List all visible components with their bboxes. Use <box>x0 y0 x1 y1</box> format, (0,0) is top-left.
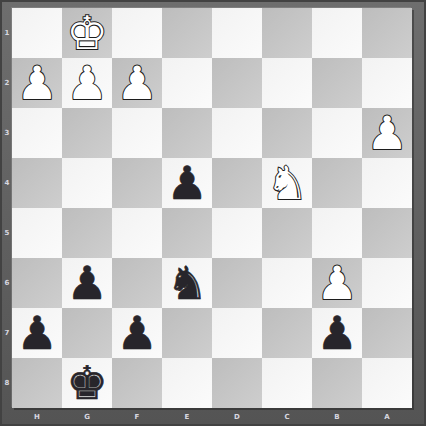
piece-white-king[interactable]: ♚ <box>62 8 112 58</box>
rank-label-1: 1 <box>2 8 12 58</box>
file-label-e: E <box>162 410 212 424</box>
rank-label-2: 2 <box>2 58 12 108</box>
square-h2[interactable]: ♟ <box>12 58 62 108</box>
piece-black-knight[interactable]: ♞ <box>162 258 212 308</box>
square-b2[interactable] <box>312 58 362 108</box>
square-b7[interactable]: ♟ <box>312 308 362 358</box>
piece-white-pawn[interactable]: ♟ <box>62 58 112 108</box>
square-h6[interactable] <box>12 258 62 308</box>
rank-label-8: 8 <box>2 358 12 408</box>
piece-white-pawn[interactable]: ♟ <box>12 58 62 108</box>
file-label-g: G <box>62 410 112 424</box>
square-f2[interactable]: ♟ <box>112 58 162 108</box>
square-a3[interactable]: ♟ <box>362 108 412 158</box>
square-a6[interactable] <box>362 258 412 308</box>
square-g4[interactable] <box>62 158 112 208</box>
file-label-a: A <box>362 410 412 424</box>
file-label-b: B <box>312 410 362 424</box>
piece-white-pawn[interactable]: ♟ <box>362 108 412 158</box>
square-g1[interactable]: ♚ <box>62 8 112 58</box>
square-b1[interactable] <box>312 8 362 58</box>
square-b8[interactable] <box>312 358 362 408</box>
square-e3[interactable] <box>162 108 212 158</box>
square-d3[interactable] <box>212 108 262 158</box>
piece-black-pawn[interactable]: ♟ <box>162 158 212 208</box>
rank-label-4: 4 <box>2 158 12 208</box>
square-f4[interactable] <box>112 158 162 208</box>
square-c6[interactable] <box>262 258 312 308</box>
square-g2[interactable]: ♟ <box>62 58 112 108</box>
square-a2[interactable] <box>362 58 412 108</box>
rank-labels: 12345678 <box>2 8 12 408</box>
square-c1[interactable] <box>262 8 312 58</box>
square-f7[interactable]: ♟ <box>112 308 162 358</box>
file-label-c: C <box>262 410 312 424</box>
square-d5[interactable] <box>212 208 262 258</box>
chess-board: ♚♟♟♟♟♟♞♟♞♟♟♟♟♚ <box>12 8 412 408</box>
square-c5[interactable] <box>262 208 312 258</box>
rank-label-3: 3 <box>2 108 12 158</box>
square-f5[interactable] <box>112 208 162 258</box>
square-g6[interactable]: ♟ <box>62 258 112 308</box>
square-e8[interactable] <box>162 358 212 408</box>
square-a1[interactable] <box>362 8 412 58</box>
square-c7[interactable] <box>262 308 312 358</box>
square-d2[interactable] <box>212 58 262 108</box>
rank-label-6: 6 <box>2 258 12 308</box>
file-label-h: H <box>12 410 62 424</box>
square-d4[interactable] <box>212 158 262 208</box>
square-e4[interactable]: ♟ <box>162 158 212 208</box>
piece-black-pawn[interactable]: ♟ <box>112 308 162 358</box>
file-labels: HGFEDCBA <box>12 410 412 424</box>
piece-white-pawn[interactable]: ♟ <box>112 58 162 108</box>
square-a5[interactable] <box>362 208 412 258</box>
square-e5[interactable] <box>162 208 212 258</box>
square-a8[interactable] <box>362 358 412 408</box>
square-a4[interactable] <box>362 158 412 208</box>
square-h5[interactable] <box>12 208 62 258</box>
file-label-f: F <box>112 410 162 424</box>
square-e6[interactable]: ♞ <box>162 258 212 308</box>
square-f8[interactable] <box>112 358 162 408</box>
piece-black-king[interactable]: ♚ <box>62 358 112 408</box>
square-b6[interactable]: ♟ <box>312 258 362 308</box>
rank-label-7: 7 <box>2 308 12 358</box>
piece-black-pawn[interactable]: ♟ <box>62 258 112 308</box>
square-f6[interactable] <box>112 258 162 308</box>
square-d6[interactable] <box>212 258 262 308</box>
piece-white-pawn[interactable]: ♟ <box>312 258 362 308</box>
square-b3[interactable] <box>312 108 362 158</box>
piece-white-knight[interactable]: ♞ <box>262 158 312 208</box>
square-f3[interactable] <box>112 108 162 158</box>
square-b4[interactable] <box>312 158 362 208</box>
square-h3[interactable] <box>12 108 62 158</box>
square-h7[interactable]: ♟ <box>12 308 62 358</box>
square-c8[interactable] <box>262 358 312 408</box>
square-e2[interactable] <box>162 58 212 108</box>
square-g8[interactable]: ♚ <box>62 358 112 408</box>
square-d8[interactable] <box>212 358 262 408</box>
square-c2[interactable] <box>262 58 312 108</box>
square-d7[interactable] <box>212 308 262 358</box>
square-b5[interactable] <box>312 208 362 258</box>
piece-black-pawn[interactable]: ♟ <box>12 308 62 358</box>
square-c4[interactable]: ♞ <box>262 158 312 208</box>
square-e1[interactable] <box>162 8 212 58</box>
square-d1[interactable] <box>212 8 262 58</box>
square-e7[interactable] <box>162 308 212 358</box>
chess-board-window: 12345678 ♚♟♟♟♟♟♞♟♞♟♟♟♟♚ HGFEDCBA <box>0 0 426 426</box>
square-g5[interactable] <box>62 208 112 258</box>
square-a7[interactable] <box>362 308 412 358</box>
file-label-d: D <box>212 410 262 424</box>
square-c3[interactable] <box>262 108 312 158</box>
square-h8[interactable] <box>12 358 62 408</box>
rank-label-5: 5 <box>2 208 12 258</box>
piece-black-pawn[interactable]: ♟ <box>312 308 362 358</box>
square-g3[interactable] <box>62 108 112 158</box>
square-h1[interactable] <box>12 8 62 58</box>
square-f1[interactable] <box>112 8 162 58</box>
square-g7[interactable] <box>62 308 112 358</box>
square-h4[interactable] <box>12 158 62 208</box>
